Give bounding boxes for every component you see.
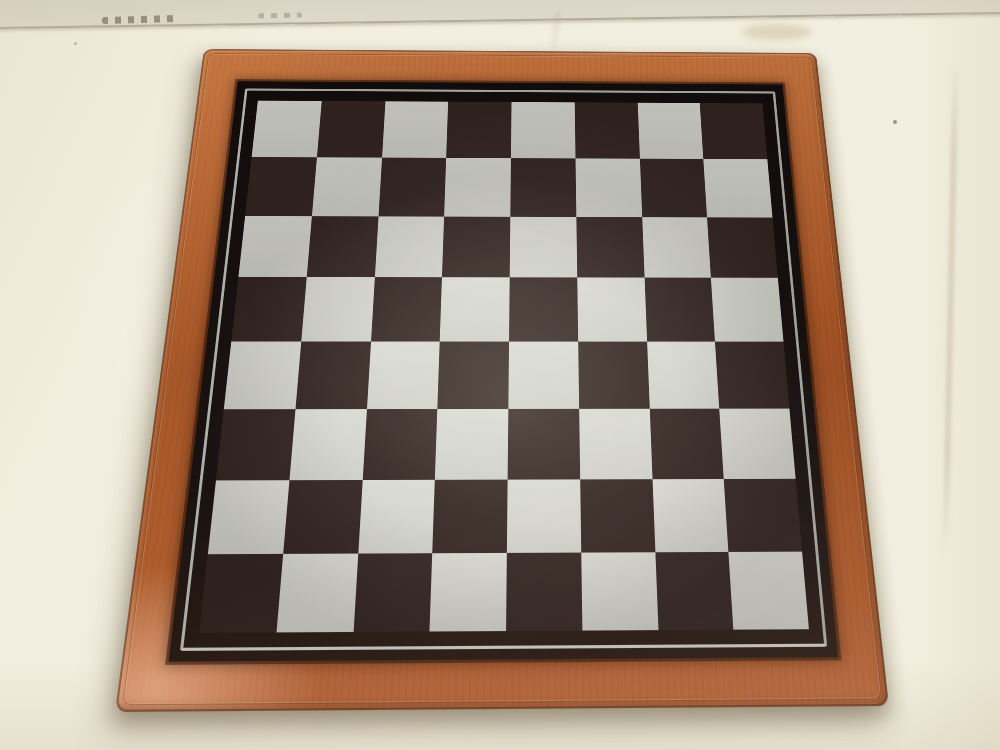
square-b6	[307, 216, 379, 278]
square-f7	[575, 158, 641, 217]
square-c2	[358, 479, 435, 553]
square-h8	[700, 103, 767, 159]
square-g8	[637, 103, 703, 159]
square-c8	[382, 101, 449, 157]
square-c3	[362, 409, 437, 480]
square-h4	[715, 342, 789, 409]
square-c4	[367, 342, 440, 409]
square-h5	[711, 278, 783, 342]
square-c1	[353, 553, 432, 631]
square-g4	[647, 342, 720, 409]
square-f3	[579, 409, 652, 479]
square-b7	[312, 157, 382, 216]
board-surface	[169, 81, 839, 661]
squares-grid	[199, 101, 809, 633]
square-e8	[511, 102, 575, 158]
square-d5	[440, 277, 510, 341]
square-d7	[444, 158, 511, 217]
square-h1	[729, 552, 809, 630]
square-c7	[378, 157, 446, 216]
square-a4	[224, 342, 301, 410]
scuff-marks	[258, 13, 302, 19]
square-b2	[283, 480, 362, 555]
photo-scene	[0, 0, 1000, 750]
square-e3	[508, 409, 580, 480]
square-g1	[655, 552, 734, 630]
square-d4	[438, 342, 509, 409]
square-g3	[649, 408, 724, 478]
square-a8	[252, 101, 322, 157]
square-e6	[510, 216, 577, 277]
square-f6	[576, 217, 644, 278]
square-g5	[644, 278, 715, 342]
square-c5	[371, 277, 443, 341]
square-f1	[581, 553, 658, 631]
square-a7	[245, 157, 317, 216]
paper-smudge	[742, 24, 812, 40]
paper-crease	[943, 55, 958, 555]
square-b1	[276, 554, 358, 633]
square-b8	[317, 101, 385, 157]
square-b3	[289, 409, 366, 480]
square-d3	[435, 409, 508, 480]
square-h7	[704, 159, 773, 217]
square-d1	[430, 553, 507, 631]
square-f2	[580, 479, 655, 553]
dust-speck	[893, 120, 897, 124]
square-e2	[507, 479, 581, 553]
square-f8	[574, 102, 639, 158]
square-h6	[707, 217, 778, 278]
square-f5	[577, 278, 647, 342]
dust-speck	[74, 42, 77, 45]
square-d2	[432, 479, 507, 553]
square-a3	[216, 409, 295, 480]
square-b5	[301, 277, 374, 341]
square-a5	[231, 277, 306, 341]
square-h2	[724, 478, 802, 552]
square-b4	[295, 342, 370, 409]
square-d6	[442, 216, 510, 277]
square-a1	[199, 554, 283, 633]
square-a6	[238, 216, 311, 278]
square-d8	[446, 102, 511, 158]
square-a2	[208, 480, 289, 555]
square-g2	[652, 479, 729, 553]
square-e4	[508, 342, 579, 409]
square-e5	[509, 278, 578, 342]
background-wall-band	[0, 0, 1000, 29]
square-e1	[506, 553, 582, 631]
square-g7	[639, 158, 707, 216]
square-f4	[578, 342, 649, 409]
square-g6	[642, 217, 711, 278]
square-c6	[374, 216, 444, 277]
square-e7	[510, 158, 576, 217]
square-h3	[719, 408, 795, 478]
chess-board	[115, 49, 889, 712]
